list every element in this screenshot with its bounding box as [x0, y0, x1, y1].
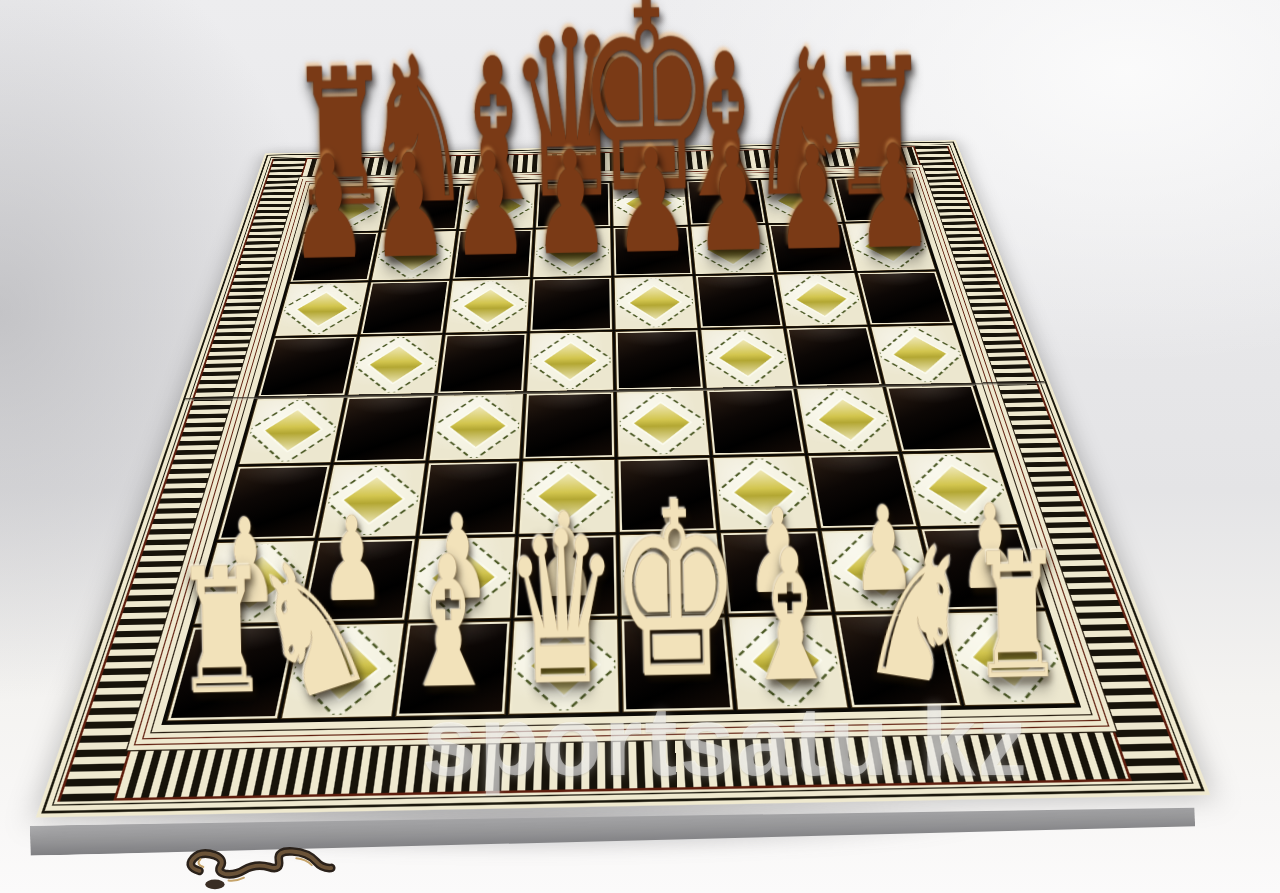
black-pawn: ♟	[289, 143, 369, 280]
square-b5	[348, 335, 441, 394]
square-tile	[615, 276, 697, 329]
square-tile	[258, 337, 356, 396]
square-tile	[786, 327, 882, 386]
square-a5	[258, 337, 356, 396]
square-c4	[429, 394, 523, 460]
square-h5	[872, 326, 972, 385]
square-a4	[240, 398, 344, 464]
square-g4	[797, 387, 898, 453]
square-c7: ♟	[453, 230, 533, 279]
square-e6	[615, 276, 697, 329]
square-b1: ♞	[282, 624, 403, 718]
square-tile	[858, 271, 952, 324]
square-tile	[240, 398, 344, 464]
white-rook: ♜	[969, 534, 1066, 700]
square-d6	[531, 278, 612, 332]
square-d7: ♟	[534, 228, 611, 277]
black-pawn: ♟	[531, 138, 611, 275]
square-h6	[858, 271, 952, 324]
white-king: ♚	[608, 476, 743, 707]
square-g7: ♟	[768, 224, 853, 272]
square-e7: ♟	[614, 227, 692, 276]
square-a7: ♟	[291, 233, 378, 282]
square-f6	[696, 274, 782, 327]
square-b4	[334, 396, 433, 462]
square-e5	[616, 330, 703, 389]
square-h7: ♟	[846, 222, 935, 270]
black-pawn: ♟	[854, 132, 934, 269]
square-tile	[696, 274, 782, 327]
square-f5	[701, 329, 792, 388]
square-h4	[887, 386, 993, 451]
square-c5	[438, 334, 527, 393]
square-g5	[786, 327, 882, 386]
white-bishop: ♝	[739, 531, 840, 704]
square-f4	[707, 389, 804, 455]
square-tile	[617, 391, 709, 457]
square-tile	[797, 387, 898, 453]
white-rook: ♜	[173, 549, 270, 715]
square-tile	[527, 332, 613, 391]
black-pawn: ♟	[774, 133, 854, 270]
square-g6	[777, 273, 867, 326]
watermark: sportsatu.kz	[422, 684, 1029, 798]
square-tile	[887, 386, 993, 451]
square-tile	[438, 334, 527, 393]
square-tile	[777, 273, 867, 326]
square-f7: ♟	[691, 225, 773, 274]
square-b7: ♟	[372, 231, 456, 280]
square-b6	[360, 281, 448, 335]
square-e4	[617, 391, 709, 457]
square-a6	[275, 282, 367, 336]
clasp-icon	[182, 841, 337, 893]
square-tile	[275, 282, 367, 336]
square-tile	[334, 396, 433, 462]
square-d5	[527, 332, 613, 391]
square-tile	[360, 281, 448, 335]
photo-background: ♜♞♝♛♚♝♞♜♟♟♟♟♟♟♟♟♟♟♟♟♟♟♟♟♜♞♝♛♚♝♞♜ sportsa…	[0, 0, 1280, 893]
square-tile	[707, 389, 804, 455]
square-tile	[348, 335, 441, 394]
square-tile	[701, 329, 792, 388]
square-tile	[446, 279, 530, 333]
square-c6	[446, 279, 530, 333]
square-tile	[429, 394, 523, 460]
black-pawn: ♟	[693, 135, 773, 272]
white-queen: ♛	[503, 507, 621, 709]
square-tile	[524, 392, 614, 458]
square-tile	[872, 326, 972, 385]
black-pawn: ♟	[370, 141, 450, 278]
black-pawn: ♟	[450, 139, 530, 276]
square-d4	[524, 392, 614, 458]
square-tile	[531, 278, 612, 332]
square-tile	[616, 330, 703, 389]
black-pawn: ♟	[612, 136, 692, 273]
